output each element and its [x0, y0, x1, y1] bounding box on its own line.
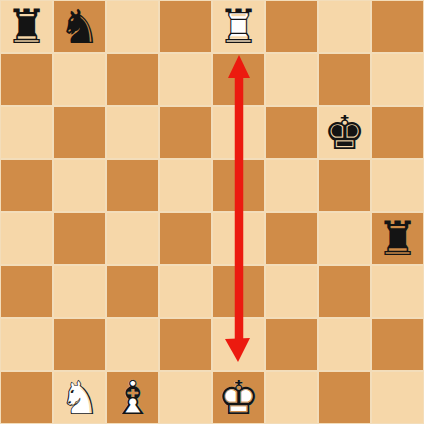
square-g5[interactable] — [318, 159, 371, 212]
square-b6[interactable] — [53, 106, 106, 159]
square-f7[interactable] — [265, 53, 318, 106]
square-a7[interactable] — [0, 53, 53, 106]
square-c1[interactable]: ♝♗ — [106, 371, 159, 424]
square-h7[interactable] — [371, 53, 424, 106]
square-c2[interactable] — [106, 318, 159, 371]
square-f8[interactable] — [265, 0, 318, 53]
black-king-g6[interactable]: ♚ — [318, 106, 371, 159]
square-g7[interactable] — [318, 53, 371, 106]
square-a5[interactable] — [0, 159, 53, 212]
square-d4[interactable] — [159, 212, 212, 265]
square-d5[interactable] — [159, 159, 212, 212]
square-g4[interactable] — [318, 212, 371, 265]
square-h5[interactable] — [371, 159, 424, 212]
square-e1[interactable]: ♚♔ — [212, 371, 265, 424]
square-b1[interactable]: ♞♘ — [53, 371, 106, 424]
square-b4[interactable] — [53, 212, 106, 265]
square-d3[interactable] — [159, 265, 212, 318]
square-a3[interactable] — [0, 265, 53, 318]
chess-board: ♜♞♜♖♚♜♞♘♝♗♚♔ — [0, 0, 424, 424]
square-f5[interactable] — [265, 159, 318, 212]
square-h2[interactable] — [371, 318, 424, 371]
square-b8[interactable]: ♞ — [53, 0, 106, 53]
square-h4[interactable]: ♜ — [371, 212, 424, 265]
square-c6[interactable] — [106, 106, 159, 159]
square-a8[interactable]: ♜ — [0, 0, 53, 53]
square-d7[interactable] — [159, 53, 212, 106]
square-e8[interactable]: ♜♖ — [212, 0, 265, 53]
square-h3[interactable] — [371, 265, 424, 318]
square-g8[interactable] — [318, 0, 371, 53]
square-f3[interactable] — [265, 265, 318, 318]
square-a1[interactable] — [0, 371, 53, 424]
square-f1[interactable] — [265, 371, 318, 424]
square-c7[interactable] — [106, 53, 159, 106]
square-d8[interactable] — [159, 0, 212, 53]
black-rook-h4[interactable]: ♜ — [371, 212, 424, 265]
square-b2[interactable] — [53, 318, 106, 371]
square-g3[interactable] — [318, 265, 371, 318]
square-c3[interactable] — [106, 265, 159, 318]
board-grid: ♜♞♜♖♚♜♞♘♝♗♚♔ — [0, 0, 424, 424]
square-a4[interactable] — [0, 212, 53, 265]
white-piece-outline-glyph: ♘ — [53, 371, 106, 424]
black-rook-a8[interactable]: ♜ — [0, 0, 53, 53]
square-e7[interactable] — [212, 53, 265, 106]
square-a2[interactable] — [0, 318, 53, 371]
square-f6[interactable] — [265, 106, 318, 159]
square-e6[interactable] — [212, 106, 265, 159]
square-d2[interactable] — [159, 318, 212, 371]
white-bishop-c1[interactable]: ♝♗ — [106, 371, 159, 424]
square-f4[interactable] — [265, 212, 318, 265]
square-b7[interactable] — [53, 53, 106, 106]
square-g2[interactable] — [318, 318, 371, 371]
square-h8[interactable] — [371, 0, 424, 53]
square-c8[interactable] — [106, 0, 159, 53]
square-e2[interactable] — [212, 318, 265, 371]
square-e5[interactable] — [212, 159, 265, 212]
white-piece-outline-glyph: ♔ — [212, 371, 265, 424]
white-piece-outline-glyph: ♖ — [212, 0, 265, 53]
square-e4[interactable] — [212, 212, 265, 265]
square-h1[interactable] — [371, 371, 424, 424]
square-d1[interactable] — [159, 371, 212, 424]
square-b5[interactable] — [53, 159, 106, 212]
square-b3[interactable] — [53, 265, 106, 318]
white-rook-e8[interactable]: ♜♖ — [212, 0, 265, 53]
square-a6[interactable] — [0, 106, 53, 159]
square-h6[interactable] — [371, 106, 424, 159]
square-g6[interactable]: ♚ — [318, 106, 371, 159]
square-c5[interactable] — [106, 159, 159, 212]
square-e3[interactable] — [212, 265, 265, 318]
square-d6[interactable] — [159, 106, 212, 159]
white-piece-outline-glyph: ♗ — [106, 371, 159, 424]
square-f2[interactable] — [265, 318, 318, 371]
black-knight-b8[interactable]: ♞ — [53, 0, 106, 53]
square-g1[interactable] — [318, 371, 371, 424]
white-knight-b1[interactable]: ♞♘ — [53, 371, 106, 424]
white-king-e1[interactable]: ♚♔ — [212, 371, 265, 424]
square-c4[interactable] — [106, 212, 159, 265]
